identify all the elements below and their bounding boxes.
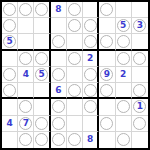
cell-r2c3[interactable] xyxy=(34,18,50,34)
cell-r4c6[interactable]: 2 xyxy=(83,51,99,67)
odd-circle-marker xyxy=(84,84,97,97)
cell-r8c1[interactable]: 4 xyxy=(2,116,18,132)
cell-r1c6[interactable] xyxy=(83,2,99,18)
odd-circle-marker xyxy=(68,19,81,32)
odd-circle-marker xyxy=(3,68,16,81)
cell-r5c2[interactable]: 4 xyxy=(18,67,34,83)
odd-circle-marker xyxy=(117,100,130,113)
odd-circle-marker xyxy=(84,100,97,113)
cell-r1c7[interactable] xyxy=(99,2,115,18)
cell-r9c2[interactable] xyxy=(18,132,34,148)
odd-circle-marker: 5 xyxy=(117,19,130,32)
odd-circle-marker xyxy=(19,100,32,113)
cell-r2c9[interactable]: 3 xyxy=(132,18,148,34)
cell-r1c5[interactable] xyxy=(67,2,83,18)
odd-circle-marker xyxy=(133,117,146,130)
cell-r9c6[interactable]: 8 xyxy=(83,132,99,148)
cell-r2c8[interactable]: 5 xyxy=(116,18,132,34)
odd-circle-marker xyxy=(117,35,130,48)
given-digit: 9 xyxy=(104,70,110,79)
odd-circle-marker xyxy=(117,52,130,65)
cell-r6c9[interactable] xyxy=(132,83,148,99)
odd-circle-marker xyxy=(68,84,81,97)
cell-r9c5[interactable] xyxy=(67,132,83,148)
odd-circle-marker xyxy=(68,133,81,146)
odd-circle-marker xyxy=(100,117,113,130)
cell-r9c3[interactable] xyxy=(34,132,50,148)
given-digit: 2 xyxy=(120,70,126,79)
odd-circle-marker xyxy=(35,133,48,146)
cell-r4c3[interactable] xyxy=(34,51,50,67)
cell-r5c4[interactable] xyxy=(51,67,67,83)
cell-r5c7[interactable]: 9 xyxy=(99,67,115,83)
cell-r2c7[interactable] xyxy=(99,18,115,34)
odd-circle-marker xyxy=(84,19,97,32)
cell-r2c1[interactable] xyxy=(2,18,18,34)
cell-r7c7[interactable] xyxy=(99,99,115,115)
odd-circle-marker xyxy=(117,133,130,146)
cell-r5c1[interactable] xyxy=(2,67,18,83)
odd-circle-marker xyxy=(52,100,65,113)
cell-r4c5[interactable] xyxy=(67,51,83,67)
cell-r3c6[interactable] xyxy=(83,34,99,50)
given-digit: 3 xyxy=(137,21,143,30)
cell-r2c4[interactable] xyxy=(51,18,67,34)
odd-circle-marker xyxy=(68,3,81,16)
cell-r3c8[interactable] xyxy=(116,34,132,50)
odd-circle-marker xyxy=(52,68,65,81)
given-digit: 5 xyxy=(6,37,12,46)
odd-circle-marker xyxy=(52,117,65,130)
odd-circle-marker xyxy=(68,52,81,65)
odd-circle-marker: 7 xyxy=(19,117,32,130)
cell-r4c2[interactable] xyxy=(18,51,34,67)
cell-r8c9[interactable] xyxy=(132,116,148,132)
given-digit: 1 xyxy=(137,102,143,111)
cell-r7c9[interactable]: 1 xyxy=(132,99,148,115)
cell-r9c1[interactable] xyxy=(2,132,18,148)
cell-r4c8[interactable] xyxy=(116,51,132,67)
odd-circle-marker xyxy=(100,35,113,48)
given-digit: 4 xyxy=(6,119,12,128)
odd-circle-marker xyxy=(100,84,113,97)
cell-r6c1[interactable] xyxy=(2,83,18,99)
cell-r1c4[interactable]: 8 xyxy=(51,2,67,18)
cell-r6c5[interactable] xyxy=(67,83,83,99)
odd-circle-marker xyxy=(35,117,48,130)
cell-r3c4[interactable] xyxy=(51,34,67,50)
cell-r6c7[interactable] xyxy=(99,83,115,99)
odd-circle-marker xyxy=(52,133,65,146)
odd-circle-marker xyxy=(133,84,146,97)
cell-r5c9[interactable] xyxy=(132,67,148,83)
cell-r3c2[interactable] xyxy=(18,34,34,50)
cell-r3c1[interactable]: 5 xyxy=(2,34,18,50)
given-digit: 2 xyxy=(87,54,93,63)
cell-r6c6[interactable] xyxy=(83,83,99,99)
odd-circle-marker xyxy=(35,3,48,16)
cell-r5c8[interactable]: 2 xyxy=(116,67,132,83)
given-digit: 8 xyxy=(55,5,61,14)
odd-circle-marker xyxy=(3,84,16,97)
cell-r9c9[interactable] xyxy=(132,132,148,148)
cell-r7c3[interactable] xyxy=(34,99,50,115)
cell-r5c3[interactable]: 5 xyxy=(34,67,50,83)
odd-circle-marker xyxy=(35,52,48,65)
cell-r3c7[interactable] xyxy=(99,34,115,50)
cell-r5c6[interactable] xyxy=(83,67,99,83)
cell-r3c9[interactable] xyxy=(132,34,148,50)
cell-r9c4[interactable] xyxy=(51,132,67,148)
sudoku-board: 85352459261478 xyxy=(0,0,150,150)
cell-r8c8[interactable] xyxy=(116,116,132,132)
odd-circle-marker: 1 xyxy=(133,100,146,113)
cell-r1c8[interactable] xyxy=(116,2,132,18)
cell-r6c8[interactable] xyxy=(116,83,132,99)
cell-r7c2[interactable] xyxy=(18,99,34,115)
odd-circle-marker xyxy=(19,3,32,16)
cell-r8c4[interactable] xyxy=(51,116,67,132)
cell-r7c5[interactable] xyxy=(67,99,83,115)
cell-r6c3[interactable] xyxy=(34,83,50,99)
odd-circle-marker: 9 xyxy=(100,68,113,81)
cell-r3c3[interactable] xyxy=(34,34,50,50)
given-digit: 8 xyxy=(87,135,93,144)
cell-r4c4[interactable] xyxy=(51,51,67,67)
cell-r8c6[interactable] xyxy=(83,116,99,132)
cell-r4c9[interactable] xyxy=(132,51,148,67)
given-digit: 7 xyxy=(23,119,29,128)
odd-circle-marker xyxy=(133,52,146,65)
cell-r8c5[interactable] xyxy=(67,116,83,132)
given-digit: 6 xyxy=(55,86,61,95)
cell-r8c7[interactable] xyxy=(99,116,115,132)
cell-r1c2[interactable] xyxy=(18,2,34,18)
given-digit: 5 xyxy=(120,21,126,30)
cell-r8c2[interactable]: 7 xyxy=(18,116,34,132)
cell-r3c5[interactable] xyxy=(67,34,83,50)
odd-circle-marker: 5 xyxy=(3,35,16,48)
odd-circle-marker xyxy=(100,3,113,16)
cell-r8c3[interactable] xyxy=(34,116,50,132)
odd-circle-marker xyxy=(19,133,32,146)
cell-r2c2[interactable] xyxy=(18,18,34,34)
odd-circle-marker xyxy=(3,19,16,32)
cell-r1c3[interactable] xyxy=(34,2,50,18)
odd-circle-marker: 3 xyxy=(133,19,146,32)
cell-r7c4[interactable] xyxy=(51,99,67,115)
cell-r1c9[interactable] xyxy=(132,2,148,18)
cell-r4c7[interactable] xyxy=(99,51,115,67)
odd-circle-marker xyxy=(19,52,32,65)
given-digit: 4 xyxy=(23,70,29,79)
cell-r9c7[interactable] xyxy=(99,132,115,148)
cell-r7c1[interactable] xyxy=(2,99,18,115)
cell-r1c1[interactable] xyxy=(2,2,18,18)
cell-r6c4[interactable]: 6 xyxy=(51,83,67,99)
cell-r7c8[interactable] xyxy=(116,99,132,115)
cell-r7c6[interactable] xyxy=(83,99,99,115)
cell-r2c6[interactable] xyxy=(83,18,99,34)
cell-r4c1[interactable] xyxy=(2,51,18,67)
odd-circle-marker xyxy=(84,35,97,48)
cell-r9c8[interactable] xyxy=(116,132,132,148)
cell-r6c2[interactable] xyxy=(18,83,34,99)
odd-circle-marker xyxy=(52,35,65,48)
odd-circle-marker xyxy=(3,3,16,16)
cell-r5c5[interactable] xyxy=(67,67,83,83)
given-digit: 5 xyxy=(38,70,44,79)
cell-r2c5[interactable] xyxy=(67,18,83,34)
odd-circle-marker: 5 xyxy=(35,68,48,81)
odd-circle-marker xyxy=(84,68,97,81)
